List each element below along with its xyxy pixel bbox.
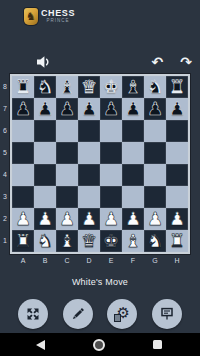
black-pawn-piece[interactable]: ♟ [103,98,119,120]
file-label-b: B [34,256,56,266]
square-c6[interactable] [56,120,78,142]
black-pawn-piece[interactable]: ♟ [125,98,141,120]
square-c1[interactable]: ♝ [56,230,78,252]
speaker-icon[interactable] [36,55,52,69]
white-queen-piece[interactable]: ♛ [81,230,97,252]
square-a2[interactable]: ♟ [12,208,34,230]
square-c3[interactable] [56,186,78,208]
square-f3[interactable] [122,186,144,208]
square-g7[interactable]: ♟ [144,98,166,120]
fullscreen-icon [25,306,41,322]
redo-arrow-icon[interactable]: ↷ [180,55,192,69]
black-pawn-piece[interactable]: ♟ [169,98,185,120]
square-g6[interactable] [144,120,166,142]
back-triangle-icon[interactable] [36,340,45,350]
square-c5[interactable] [56,142,78,164]
square-c8[interactable]: ♝ [56,76,78,98]
square-a7[interactable]: ♟ [12,98,34,120]
white-king-piece[interactable]: ♚ [103,230,119,252]
black-pawn-piece[interactable]: ♟ [59,98,75,120]
app-logo: ♞ CHESS PRINCE [24,8,75,25]
square-e3[interactable] [100,186,122,208]
edit-button[interactable] [63,299,93,329]
board-controls-row: ↶ ↷ [0,53,200,71]
square-h2[interactable]: ♟ [166,208,188,230]
square-h3[interactable] [166,186,188,208]
square-d7[interactable]: ♟ [78,98,100,120]
square-a5[interactable] [12,142,34,164]
toolbar: ⚙ [0,299,200,329]
square-d2[interactable]: ♟ [78,208,100,230]
black-queen-piece[interactable]: ♛ [81,76,97,98]
square-g2[interactable]: ♟ [144,208,166,230]
square-b3[interactable] [34,186,56,208]
square-e5[interactable] [100,142,122,164]
square-e1[interactable]: ♚ [100,230,122,252]
square-e6[interactable] [100,120,122,142]
white-bishop-piece[interactable]: ♝ [125,230,141,252]
black-rook-piece[interactable]: ♜ [169,76,185,98]
rank-labels: 87654321 [1,76,9,252]
square-f1[interactable]: ♝ [122,230,144,252]
rank-label-2: 2 [1,208,9,230]
square-d8[interactable]: ♛ [78,76,100,98]
square-g5[interactable] [144,142,166,164]
square-h6[interactable] [166,120,188,142]
square-c4[interactable] [56,164,78,186]
file-label-h: H [166,256,188,266]
square-b1[interactable]: ♞ [34,230,56,252]
black-bishop-piece[interactable]: ♝ [59,76,75,98]
square-d6[interactable] [78,120,100,142]
white-pawn-piece[interactable]: ♟ [125,208,141,230]
square-e7[interactable]: ♟ [100,98,122,120]
square-b5[interactable] [34,142,56,164]
square-b7[interactable]: ♟ [34,98,56,120]
rank-label-7: 7 [1,98,9,120]
square-f6[interactable] [122,120,144,142]
square-a3[interactable] [12,186,34,208]
file-label-f: F [122,256,144,266]
white-bishop-piece[interactable]: ♝ [59,230,75,252]
square-c2[interactable]: ♟ [56,208,78,230]
file-label-c: C [56,256,78,266]
square-e4[interactable] [100,164,122,186]
square-g1[interactable]: ♞ [144,230,166,252]
square-d5[interactable] [78,142,100,164]
black-pawn-piece[interactable]: ♟ [37,98,53,120]
square-f5[interactable] [122,142,144,164]
square-g4[interactable] [144,164,166,186]
app-subtitle: PRINCE [47,18,70,24]
chess-board[interactable]: ♜♞♝♛♚♝♞♜♟♟♟♟♟♟♟♟♟♟♟♟♟♟♟♟♜♞♝♛♚♝♞♜ [10,74,190,254]
android-navbar [0,333,200,356]
square-f7[interactable]: ♟ [122,98,144,120]
square-d4[interactable] [78,164,100,186]
rank-label-5: 5 [1,142,9,164]
square-c7[interactable]: ♟ [56,98,78,120]
settings-button[interactable]: ⚙ [107,299,137,329]
black-bishop-piece[interactable]: ♝ [125,76,141,98]
square-g8[interactable]: ♞ [144,76,166,98]
black-rook-piece[interactable]: ♜ [15,76,31,98]
file-labels: ABCDEFGH [12,256,188,266]
square-f2[interactable]: ♟ [122,208,144,230]
white-pawn-piece[interactable]: ♟ [15,208,31,230]
square-d3[interactable] [78,186,100,208]
file-label-g: G [144,256,166,266]
square-d1[interactable]: ♛ [78,230,100,252]
rank-label-8: 8 [1,76,9,98]
pencil-icon [70,306,86,322]
black-pawn-piece[interactable]: ♟ [81,98,97,120]
file-label-e: E [100,256,122,266]
file-label-a: A [12,256,34,266]
black-knight-piece[interactable]: ♞ [37,76,53,98]
square-e8[interactable]: ♚ [100,76,122,98]
white-pawn-piece[interactable]: ♟ [103,208,119,230]
square-g3[interactable] [144,186,166,208]
square-h8[interactable]: ♜ [166,76,188,98]
square-a8[interactable]: ♜ [12,76,34,98]
square-a4[interactable] [12,164,34,186]
square-f4[interactable] [122,164,144,186]
undo-arrow-icon[interactable]: ↶ [152,55,164,69]
turn-indicator: White's Move [0,277,200,287]
white-rook-piece[interactable]: ♜ [15,230,31,252]
white-knight-piece[interactable]: ♞ [37,230,53,252]
square-h5[interactable] [166,142,188,164]
square-h4[interactable] [166,164,188,186]
home-circle-icon[interactable] [93,339,105,351]
square-b2[interactable]: ♟ [34,208,56,230]
square-b6[interactable] [34,120,56,142]
white-knight-piece[interactable]: ♞ [147,230,163,252]
rank-label-3: 3 [1,186,9,208]
knight-shield-icon: ♞ [24,8,38,25]
app-title: CHESS [41,8,75,18]
settings-page-shape [114,314,121,322]
square-a6[interactable] [12,120,34,142]
white-rook-piece[interactable]: ♜ [169,230,185,252]
square-b4[interactable] [34,164,56,186]
black-pawn-piece[interactable]: ♟ [15,98,31,120]
recents-square-icon[interactable] [153,340,162,349]
rank-label-1: 1 [1,230,9,252]
square-f8[interactable]: ♝ [122,76,144,98]
black-pawn-piece[interactable]: ♟ [147,98,163,120]
square-h7[interactable]: ♟ [166,98,188,120]
analysis-board-button[interactable] [152,299,182,329]
rank-label-6: 6 [1,120,9,142]
fullscreen-button[interactable] [18,299,48,329]
demo-board-icon [159,306,175,322]
rank-label-4: 4 [1,164,9,186]
black-knight-piece[interactable]: ♞ [147,76,163,98]
square-b8[interactable]: ♞ [34,76,56,98]
black-king-piece[interactable]: ♚ [103,76,119,98]
white-pawn-piece[interactable]: ♟ [59,208,75,230]
white-pawn-piece[interactable]: ♟ [81,208,97,230]
file-label-d: D [78,256,100,266]
white-pawn-piece[interactable]: ♟ [147,208,163,230]
white-pawn-piece[interactable]: ♟ [169,208,185,230]
white-pawn-piece[interactable]: ♟ [37,208,53,230]
square-a1[interactable]: ♜ [12,230,34,252]
board-area: 87654321 ♜♞♝♛♚♝♞♜♟♟♟♟♟♟♟♟♟♟♟♟♟♟♟♟♜♞♝♛♚♝♞… [10,74,190,254]
square-e2[interactable]: ♟ [100,208,122,230]
square-h1[interactable]: ♜ [166,230,188,252]
